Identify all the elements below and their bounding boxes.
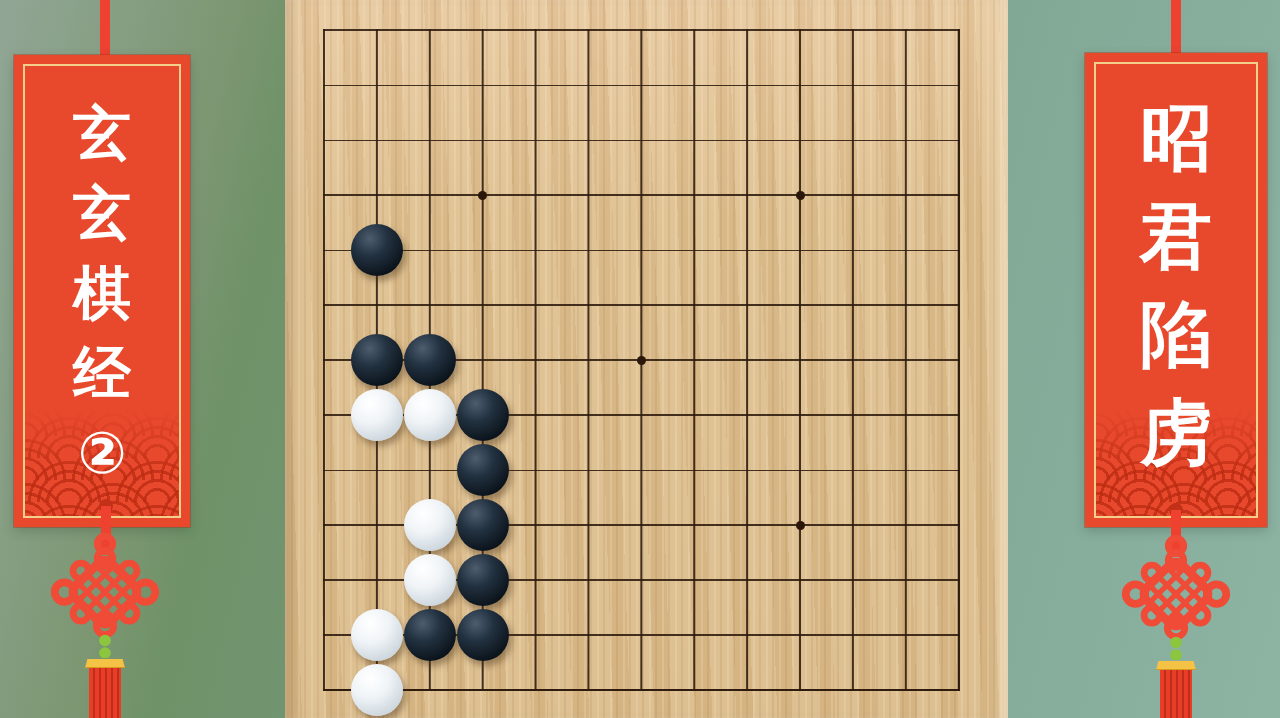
black-stone — [404, 609, 456, 661]
banner-char: ② — [77, 424, 126, 482]
banner-char: 棋 — [73, 264, 131, 322]
right-banner-title: 昭 君 陷 虏 — [1085, 89, 1267, 481]
chinese-knot-icon — [47, 532, 163, 658]
white-stone — [351, 389, 403, 441]
black-stone — [351, 224, 403, 276]
right-banner-panel: 昭 君 陷 虏 — [1085, 53, 1267, 527]
banner-char: 经 — [73, 344, 131, 402]
board-grid — [323, 29, 960, 691]
black-stone — [457, 389, 509, 441]
left-banner-title: 玄 玄 棋 经 ② — [14, 93, 190, 493]
right-tassel-cap — [1156, 661, 1196, 670]
left-banner-panel: 玄 玄 棋 经 ② — [14, 55, 190, 527]
star-point — [796, 191, 805, 200]
bead-icon — [99, 647, 111, 658]
black-stone — [404, 334, 456, 386]
black-stone — [457, 609, 509, 661]
black-stone — [457, 444, 509, 496]
banner-char: 君 — [1140, 200, 1212, 272]
bead-icon — [1170, 637, 1182, 649]
banner-char: 玄 — [73, 104, 131, 162]
banner-char: 虏 — [1140, 396, 1212, 468]
white-stone — [404, 499, 456, 551]
banner-char: 陷 — [1140, 298, 1212, 370]
banner-char: 昭 — [1140, 102, 1212, 174]
white-stone — [404, 554, 456, 606]
white-stone — [351, 609, 403, 661]
star-point — [796, 521, 805, 530]
white-stone — [404, 389, 456, 441]
black-stone — [457, 499, 509, 551]
left-tassel-cap — [85, 659, 125, 668]
right-tassel-icon — [1160, 670, 1192, 718]
banner-char: 玄 — [73, 184, 131, 242]
black-stone — [351, 334, 403, 386]
white-stone — [351, 664, 403, 716]
bead-icon — [1170, 649, 1182, 660]
left-tassel-icon — [89, 668, 121, 718]
go-board — [285, 0, 1008, 718]
chinese-knot-icon — [1118, 534, 1234, 660]
star-point — [478, 191, 487, 200]
star-point — [637, 356, 646, 365]
bead-icon — [99, 635, 111, 647]
black-stone — [457, 554, 509, 606]
